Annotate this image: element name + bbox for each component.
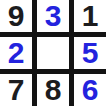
cell-r1c1[interactable]: 9 <box>0 0 32 32</box>
digit: 7 <box>8 75 25 105</box>
digit: 2 <box>8 38 25 68</box>
digit: 9 <box>8 1 25 31</box>
digit: 6 <box>82 75 99 105</box>
digit: 8 <box>45 75 62 105</box>
cell-r3c3[interactable]: 6 <box>74 74 106 106</box>
digit: 3 <box>45 1 62 31</box>
cell-r2c2[interactable] <box>37 37 69 69</box>
cell-r2c1[interactable]: 2 <box>0 37 32 69</box>
cell-r1c2[interactable]: 3 <box>37 0 69 32</box>
cell-r3c1[interactable]: 7 <box>0 74 32 106</box>
digit: 1 <box>82 1 99 31</box>
cell-r1c3[interactable]: 1 <box>74 0 106 32</box>
cell-r2c3[interactable]: 5 <box>74 37 106 69</box>
sudoku-board: 9 3 1 2 5 7 8 6 <box>0 0 106 106</box>
cell-r3c2[interactable]: 8 <box>37 74 69 106</box>
digit: 5 <box>82 38 99 68</box>
